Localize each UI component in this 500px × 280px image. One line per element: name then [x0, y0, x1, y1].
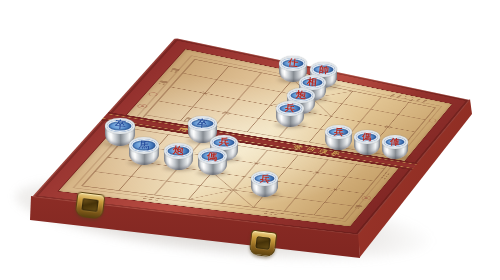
piece-blue-top: 兵	[276, 101, 304, 116]
piece-blue-top: 仕	[279, 56, 307, 71]
piece-red-f3r8[interactable]: 炮	[164, 143, 193, 171]
piece-red-f6r9[interactable]: 兵	[251, 171, 279, 197]
piece-blue-top: 兵	[325, 125, 352, 140]
pieces-layer: 仕 帥 相 炮 兵 兵 傌	[0, 0, 500, 280]
piece-character: 帥	[318, 65, 329, 75]
scene: 楚河漢界 仕 帥 相 炮 兵	[0, 0, 500, 280]
piece-character: 卒	[114, 120, 126, 131]
piece-red-f7r5[interactable]: 兵	[325, 125, 352, 151]
piece-blue-top: 卒	[105, 118, 135, 135]
piece-blue-top: 傌	[198, 148, 227, 164]
piece-character: 兵	[259, 174, 270, 184]
piece-red-f9r5[interactable]: 俥	[382, 135, 408, 160]
piece-character: 傌	[362, 132, 372, 141]
piece-character: 仕	[288, 58, 299, 68]
piece-blue-top: 馬	[129, 137, 159, 153]
piece-character: 傌	[207, 151, 218, 161]
piece-red-f4r8[interactable]: 傌	[198, 148, 227, 175]
piece-blue-top: 炮	[164, 143, 193, 159]
piece-blue-f2r8[interactable]: 馬	[129, 137, 159, 165]
piece-red-f5r4[interactable]: 兵	[276, 101, 304, 127]
piece-character: 兵	[333, 127, 344, 137]
piece-red-f8r5[interactable]: 傌	[354, 130, 380, 155]
piece-character: 炮	[296, 90, 307, 100]
piece-character: 炮	[173, 145, 184, 155]
piece-character: 卒	[197, 118, 208, 128]
piece-character: 相	[307, 77, 318, 87]
piece-character: 兵	[284, 103, 295, 113]
piece-character: 兵	[218, 137, 229, 147]
piece-character: 馬	[138, 140, 150, 151]
piece-character: 俥	[390, 137, 400, 146]
piece-blue-top: 俥	[382, 135, 408, 149]
